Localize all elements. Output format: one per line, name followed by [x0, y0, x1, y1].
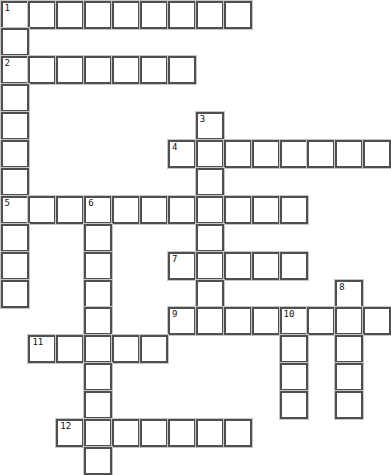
- cell-r10c12[interactable]: 8: [335, 280, 363, 308]
- cell-r7c9[interactable]: [252, 196, 280, 224]
- cell-r9c3[interactable]: [84, 252, 112, 280]
- cell-r7c7[interactable]: [196, 196, 224, 224]
- cell-r5c0[interactable]: [1, 140, 29, 168]
- cell-r0c3[interactable]: [84, 1, 112, 29]
- cell-r5c9[interactable]: [252, 140, 280, 168]
- cell-r14c10[interactable]: [280, 391, 308, 419]
- cell-r0c4[interactable]: [112, 1, 140, 29]
- cell-r5c11[interactable]: [307, 140, 335, 168]
- clue-number-11: 11: [32, 337, 43, 348]
- cell-r15c5[interactable]: [140, 419, 168, 447]
- cell-r7c1[interactable]: [28, 196, 56, 224]
- cell-r7c6[interactable]: [168, 196, 196, 224]
- cell-r9c9[interactable]: [252, 252, 280, 280]
- cell-r11c13[interactable]: [363, 307, 391, 335]
- cell-r6c0[interactable]: [1, 168, 29, 196]
- cell-r8c7[interactable]: [196, 224, 224, 252]
- cell-r15c3[interactable]: [84, 419, 112, 447]
- cell-r2c5[interactable]: [140, 56, 168, 84]
- cell-r11c6[interactable]: 9: [168, 307, 196, 335]
- cell-r2c2[interactable]: [56, 56, 84, 84]
- clue-number-10: 10: [284, 309, 295, 320]
- cell-r5c6[interactable]: 4: [168, 140, 196, 168]
- cell-r2c3[interactable]: [84, 56, 112, 84]
- cell-r0c5[interactable]: [140, 1, 168, 29]
- cell-r11c8[interactable]: [224, 307, 252, 335]
- cell-r7c8[interactable]: [224, 196, 252, 224]
- cell-r9c8[interactable]: [224, 252, 252, 280]
- cell-r11c3[interactable]: [84, 307, 112, 335]
- cell-r4c0[interactable]: [1, 112, 29, 140]
- clue-number-8: 8: [339, 282, 344, 293]
- cell-r14c12[interactable]: [335, 391, 363, 419]
- clue-number-3: 3: [200, 114, 205, 125]
- cell-r5c7[interactable]: [196, 140, 224, 168]
- cell-r15c6[interactable]: [168, 419, 196, 447]
- clue-number-4: 4: [172, 142, 177, 153]
- cell-r2c0[interactable]: 2: [1, 56, 29, 84]
- clue-number-1: 1: [5, 3, 10, 14]
- cell-r10c3[interactable]: [84, 280, 112, 308]
- cell-r10c7[interactable]: [196, 280, 224, 308]
- cell-r6c7[interactable]: [196, 168, 224, 196]
- cell-r0c1[interactable]: [28, 1, 56, 29]
- cell-r0c7[interactable]: [196, 1, 224, 29]
- cell-r5c10[interactable]: [280, 140, 308, 168]
- cell-r7c4[interactable]: [112, 196, 140, 224]
- cell-r1c0[interactable]: [1, 28, 29, 56]
- cell-r12c2[interactable]: [56, 335, 84, 363]
- cell-r15c8[interactable]: [224, 419, 252, 447]
- clue-number-6: 6: [88, 198, 93, 209]
- cell-r15c7[interactable]: [196, 419, 224, 447]
- cell-r7c5[interactable]: [140, 196, 168, 224]
- cell-r9c7[interactable]: [196, 252, 224, 280]
- crossword-board: 123456789101112: [0, 0, 391, 475]
- cell-r9c6[interactable]: 7: [168, 252, 196, 280]
- cell-r10c0[interactable]: [1, 280, 29, 308]
- cell-r2c1[interactable]: [28, 56, 56, 84]
- cell-r5c8[interactable]: [224, 140, 252, 168]
- cell-r12c12[interactable]: [335, 335, 363, 363]
- cell-r11c11[interactable]: [307, 307, 335, 335]
- cell-r14c3[interactable]: [84, 391, 112, 419]
- cell-r0c6[interactable]: [168, 1, 196, 29]
- clue-number-7: 7: [172, 254, 177, 265]
- cell-r0c0[interactable]: 1: [1, 1, 29, 29]
- cell-r12c1[interactable]: 11: [28, 335, 56, 363]
- clue-number-9: 9: [172, 309, 177, 320]
- cell-r3c0[interactable]: [1, 84, 29, 112]
- cell-r0c8[interactable]: [224, 1, 252, 29]
- cell-r16c3[interactable]: [84, 447, 112, 475]
- clue-number-2: 2: [5, 58, 10, 69]
- cell-r4c7[interactable]: 3: [196, 112, 224, 140]
- cell-r7c0[interactable]: 5: [1, 196, 29, 224]
- cell-r15c2[interactable]: 12: [56, 419, 84, 447]
- cell-r2c6[interactable]: [168, 56, 196, 84]
- cell-r15c4[interactable]: [112, 419, 140, 447]
- cell-r8c3[interactable]: [84, 224, 112, 252]
- cell-r12c10[interactable]: [280, 335, 308, 363]
- cell-r13c12[interactable]: [335, 363, 363, 391]
- cell-r12c3[interactable]: [84, 335, 112, 363]
- cell-r0c2[interactable]: [56, 1, 84, 29]
- clue-number-5: 5: [5, 198, 10, 209]
- cell-r12c5[interactable]: [140, 335, 168, 363]
- cell-r9c10[interactable]: [280, 252, 308, 280]
- cell-r11c9[interactable]: [252, 307, 280, 335]
- cell-r7c10[interactable]: [280, 196, 308, 224]
- cell-r2c4[interactable]: [112, 56, 140, 84]
- cell-r5c13[interactable]: [363, 140, 391, 168]
- cell-r11c10[interactable]: 10: [280, 307, 308, 335]
- clue-number-12: 12: [60, 421, 71, 432]
- cell-r13c10[interactable]: [280, 363, 308, 391]
- cell-r8c0[interactable]: [1, 224, 29, 252]
- cell-r7c2[interactable]: [56, 196, 84, 224]
- cell-r11c7[interactable]: [196, 307, 224, 335]
- cell-r11c12[interactable]: [335, 307, 363, 335]
- cell-r13c3[interactable]: [84, 363, 112, 391]
- cell-r9c0[interactable]: [1, 252, 29, 280]
- cell-r12c4[interactable]: [112, 335, 140, 363]
- cell-r7c3[interactable]: 6: [84, 196, 112, 224]
- cell-r5c12[interactable]: [335, 140, 363, 168]
